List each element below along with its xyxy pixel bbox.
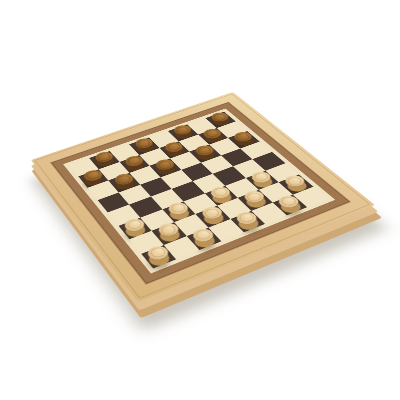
checker-dark: [208, 111, 231, 123]
board-grid: [69, 112, 328, 269]
board-border-band: [51, 102, 350, 284]
board-surface: [63, 109, 335, 274]
scene: [0, 0, 400, 400]
checkers-board: [31, 92, 375, 302]
